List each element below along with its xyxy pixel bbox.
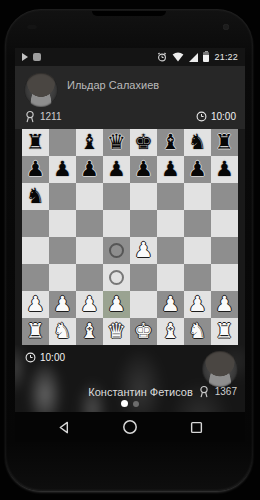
square-b3[interactable] bbox=[49, 264, 76, 291]
black-pawn-e7[interactable]: ♟ bbox=[134, 156, 153, 183]
white-pawn-f2[interactable]: ♟ bbox=[161, 291, 180, 318]
black-bishop-f8[interactable]: ♝ bbox=[161, 129, 180, 156]
square-e7[interactable]: ♟ bbox=[130, 156, 157, 183]
white-pawn-b2[interactable]: ♟ bbox=[53, 291, 72, 318]
black-pawn-a7[interactable]: ♟ bbox=[26, 156, 45, 183]
square-g6[interactable] bbox=[184, 183, 211, 210]
square-a1[interactable]: ♜ bbox=[22, 318, 49, 345]
alarm-icon bbox=[157, 52, 167, 62]
square-h2[interactable]: ♟ bbox=[211, 291, 238, 318]
white-rook-a1[interactable]: ♜ bbox=[26, 318, 45, 345]
square-f7[interactable]: ♟ bbox=[157, 156, 184, 183]
square-h3[interactable] bbox=[211, 264, 238, 291]
signal-icon bbox=[189, 53, 198, 62]
white-bishop-c1[interactable]: ♝ bbox=[80, 318, 99, 345]
square-e8[interactable]: ♚ bbox=[130, 129, 157, 156]
android-nav-bar bbox=[15, 412, 245, 442]
square-e1[interactable]: ♚ bbox=[130, 318, 157, 345]
square-f2[interactable]: ♟ bbox=[157, 291, 184, 318]
white-bishop-f1[interactable]: ♝ bbox=[161, 318, 180, 345]
black-king-e8[interactable]: ♚ bbox=[134, 129, 153, 156]
opponent-avatar[interactable] bbox=[24, 73, 58, 107]
square-h1[interactable]: ♜ bbox=[211, 318, 238, 345]
opponent-clock-value: 10:00 bbox=[211, 111, 236, 122]
square-c6[interactable] bbox=[76, 183, 103, 210]
square-c7[interactable]: ♟ bbox=[76, 156, 103, 183]
opponent-clock: 10:00 bbox=[196, 111, 236, 122]
clock-icon bbox=[25, 352, 36, 363]
square-c8[interactable]: ♝ bbox=[76, 129, 103, 156]
player-clock: 10:00 bbox=[25, 352, 65, 363]
white-queen-d1[interactable]: ♛ bbox=[107, 318, 126, 345]
black-bishop-c8[interactable]: ♝ bbox=[80, 129, 99, 156]
square-f1[interactable]: ♝ bbox=[157, 318, 184, 345]
square-f8[interactable]: ♝ bbox=[157, 129, 184, 156]
square-b2[interactable]: ♟ bbox=[49, 291, 76, 318]
square-d6[interactable] bbox=[103, 183, 130, 210]
move-hint-ring-d3[interactable] bbox=[109, 270, 124, 285]
black-pawn-b7[interactable]: ♟ bbox=[53, 156, 72, 183]
square-b7[interactable]: ♟ bbox=[49, 156, 76, 183]
player-name-row: Константин Фетисов 1367 bbox=[88, 385, 237, 398]
white-pawn-h2[interactable]: ♟ bbox=[215, 291, 234, 318]
square-e4[interactable]: ♟ bbox=[130, 237, 157, 264]
black-pawn-c7[interactable]: ♟ bbox=[80, 156, 99, 183]
white-knight-b1[interactable]: ♞ bbox=[53, 318, 72, 345]
square-a5[interactable] bbox=[22, 210, 49, 237]
square-d8[interactable]: ♛ bbox=[103, 129, 130, 156]
square-c1[interactable]: ♝ bbox=[76, 318, 103, 345]
page-dot-1 bbox=[121, 400, 128, 407]
square-g7[interactable]: ♟ bbox=[184, 156, 211, 183]
back-button[interactable] bbox=[55, 418, 73, 436]
player-name: Константин Фетисов bbox=[88, 386, 192, 398]
black-knight-g8[interactable]: ♞ bbox=[188, 129, 207, 156]
clock-icon bbox=[196, 111, 207, 122]
chess-board[interactable]: ♜♝♛♚♝♞♜♟♟♟♟♟♟♟♟♞♟♟♟♟♟♟♟♟♜♞♝♛♚♝♞♜ bbox=[22, 129, 238, 345]
square-d2[interactable]: ♟ bbox=[103, 291, 130, 318]
player-card: 10:00 Константин Фетисов 1367 bbox=[15, 345, 245, 412]
play-icon bbox=[22, 53, 28, 61]
proximity-sensor bbox=[27, 25, 37, 29]
black-pawn-h7[interactable]: ♟ bbox=[215, 156, 234, 183]
white-pawn-a2[interactable]: ♟ bbox=[26, 291, 45, 318]
square-f5[interactable] bbox=[157, 210, 184, 237]
square-h4[interactable] bbox=[211, 237, 238, 264]
opponent-meta-row: 1211 10:00 bbox=[24, 110, 236, 123]
square-a2[interactable]: ♟ bbox=[22, 291, 49, 318]
white-rook-h1[interactable]: ♜ bbox=[215, 318, 234, 345]
square-c3[interactable] bbox=[76, 264, 103, 291]
front-camera bbox=[223, 24, 229, 30]
square-c5[interactable] bbox=[76, 210, 103, 237]
black-rook-h8[interactable]: ♜ bbox=[215, 129, 234, 156]
square-b6[interactable] bbox=[49, 183, 76, 210]
square-h5[interactable] bbox=[211, 210, 238, 237]
square-g5[interactable] bbox=[184, 210, 211, 237]
app-notification-icon bbox=[33, 53, 41, 61]
black-queen-d8[interactable]: ♛ bbox=[107, 129, 126, 156]
square-g2[interactable]: ♟ bbox=[184, 291, 211, 318]
wifi-icon bbox=[172, 52, 184, 62]
white-pawn-c2[interactable]: ♟ bbox=[80, 291, 99, 318]
square-e6[interactable] bbox=[130, 183, 157, 210]
opponent-name: Ильдар Салахиев bbox=[67, 79, 159, 91]
square-d4[interactable] bbox=[103, 237, 130, 264]
status-bar: 21:22 bbox=[15, 48, 245, 66]
home-button[interactable] bbox=[121, 418, 139, 436]
square-a3[interactable] bbox=[22, 264, 49, 291]
square-d1[interactable]: ♛ bbox=[103, 318, 130, 345]
square-g3[interactable] bbox=[184, 264, 211, 291]
square-g8[interactable]: ♞ bbox=[184, 129, 211, 156]
battery-icon bbox=[203, 52, 209, 62]
square-b4[interactable] bbox=[49, 237, 76, 264]
square-b8[interactable] bbox=[49, 129, 76, 156]
square-c4[interactable] bbox=[76, 237, 103, 264]
square-g4[interactable] bbox=[184, 237, 211, 264]
screenshot-root: 21:22 Ильдар Салахиев 1211 bbox=[0, 0, 260, 500]
square-f3[interactable] bbox=[157, 264, 184, 291]
player-avatar[interactable] bbox=[202, 351, 238, 387]
status-time: 21:22 bbox=[214, 52, 238, 62]
award-medal-icon bbox=[24, 110, 36, 123]
square-d5[interactable] bbox=[103, 210, 130, 237]
player-clock-value: 10:00 bbox=[40, 352, 65, 363]
square-f4[interactable] bbox=[157, 237, 184, 264]
square-b1[interactable]: ♞ bbox=[49, 318, 76, 345]
opponent-rating: 1211 bbox=[24, 110, 62, 123]
black-pawn-g7[interactable]: ♟ bbox=[188, 156, 207, 183]
square-e3[interactable] bbox=[130, 264, 157, 291]
white-pawn-d2[interactable]: ♟ bbox=[107, 291, 126, 318]
square-b5[interactable] bbox=[49, 210, 76, 237]
earpiece-speaker bbox=[92, 11, 166, 16]
opponent-card: Ильдар Салахиев 1211 10:00 bbox=[15, 66, 245, 129]
square-h8[interactable]: ♜ bbox=[211, 129, 238, 156]
black-knight-a6[interactable]: ♞ bbox=[26, 183, 45, 210]
black-pawn-d7[interactable]: ♟ bbox=[107, 156, 126, 183]
white-pawn-e4[interactable]: ♟ bbox=[134, 237, 153, 264]
white-knight-g1[interactable]: ♞ bbox=[188, 318, 207, 345]
square-e2[interactable] bbox=[130, 291, 157, 318]
square-f6[interactable] bbox=[157, 183, 184, 210]
move-hint-ring-d4[interactable] bbox=[109, 243, 124, 258]
square-a6[interactable]: ♞ bbox=[22, 183, 49, 210]
square-g1[interactable]: ♞ bbox=[184, 318, 211, 345]
black-rook-a8[interactable]: ♜ bbox=[26, 129, 45, 156]
page-dot-2 bbox=[133, 401, 139, 407]
white-pawn-g2[interactable]: ♟ bbox=[188, 291, 207, 318]
square-h7[interactable]: ♟ bbox=[211, 156, 238, 183]
square-e5[interactable] bbox=[130, 210, 157, 237]
player-rating-value: 1367 bbox=[215, 386, 237, 397]
recents-button[interactable] bbox=[187, 418, 205, 436]
black-pawn-f7[interactable]: ♟ bbox=[161, 156, 180, 183]
square-d7[interactable]: ♟ bbox=[103, 156, 130, 183]
square-c2[interactable]: ♟ bbox=[76, 291, 103, 318]
square-a4[interactable] bbox=[22, 237, 49, 264]
square-a7[interactable]: ♟ bbox=[22, 156, 49, 183]
app-screen: 21:22 Ильдар Салахиев 1211 bbox=[15, 48, 245, 442]
square-h6[interactable] bbox=[211, 183, 238, 210]
square-d3[interactable] bbox=[103, 264, 130, 291]
page-indicator bbox=[15, 400, 245, 407]
square-a8[interactable]: ♜ bbox=[22, 129, 49, 156]
white-king-e1[interactable]: ♚ bbox=[134, 318, 153, 345]
award-medal-icon bbox=[198, 385, 210, 398]
opponent-rating-value: 1211 bbox=[40, 111, 62, 122]
